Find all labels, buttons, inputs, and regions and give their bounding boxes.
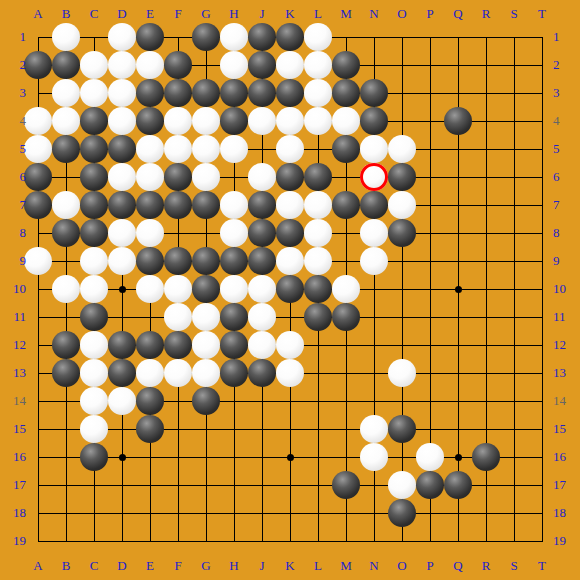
intersection-A16[interactable]	[24, 443, 52, 471]
intersection-S7[interactable]	[500, 191, 528, 219]
intersection-H17[interactable]	[220, 471, 248, 499]
intersection-J19[interactable]	[248, 527, 276, 555]
intersection-C19[interactable]	[80, 527, 108, 555]
intersection-T7[interactable]	[528, 191, 556, 219]
intersection-S14[interactable]	[500, 387, 528, 415]
intersection-Q6[interactable]	[444, 163, 472, 191]
intersection-L13[interactable]	[304, 359, 332, 387]
intersection-T2[interactable]	[528, 51, 556, 79]
intersection-P13[interactable]	[416, 359, 444, 387]
intersection-N19[interactable]	[360, 527, 388, 555]
intersection-L12[interactable]	[304, 331, 332, 359]
intersection-T11[interactable]	[528, 303, 556, 331]
black-stone-M2: ●	[332, 51, 360, 79]
intersection-M15[interactable]	[332, 415, 360, 443]
black-stone-E4: ●	[136, 107, 164, 135]
intersection-K19[interactable]	[276, 527, 304, 555]
white-stone-F13: ○	[164, 359, 192, 387]
black-stone-Q4: ●	[444, 107, 472, 135]
intersection-C1[interactable]	[80, 23, 108, 51]
row-label-left-5: 5	[0, 141, 26, 157]
intersection-S10[interactable]	[500, 275, 528, 303]
intersection-Q15[interactable]	[444, 415, 472, 443]
intersection-P19[interactable]	[416, 527, 444, 555]
intersection-S11[interactable]	[500, 303, 528, 331]
intersection-Q10[interactable]	[444, 275, 472, 303]
intersection-N13[interactable]	[360, 359, 388, 387]
intersection-M8[interactable]	[332, 219, 360, 247]
intersection-O4[interactable]	[388, 107, 416, 135]
intersection-R13[interactable]	[472, 359, 500, 387]
intersection-D10[interactable]	[108, 275, 136, 303]
intersection-G7: ●	[192, 191, 220, 219]
intersection-A6: ●	[24, 163, 52, 191]
intersection-K14[interactable]	[276, 387, 304, 415]
column-label-top-P: P	[416, 6, 444, 22]
intersection-E11[interactable]	[136, 303, 164, 331]
black-stone-E1: ●	[136, 23, 164, 51]
intersection-S1[interactable]	[500, 23, 528, 51]
intersection-P1[interactable]	[416, 23, 444, 51]
intersection-O19[interactable]	[388, 527, 416, 555]
intersection-Q13[interactable]	[444, 359, 472, 387]
intersection-Q14[interactable]	[444, 387, 472, 415]
intersection-Q8[interactable]	[444, 219, 472, 247]
intersection-O10[interactable]	[388, 275, 416, 303]
intersection-B14[interactable]	[52, 387, 80, 415]
intersection-R9[interactable]	[472, 247, 500, 275]
black-stone-C5: ●	[80, 135, 108, 163]
intersection-B18[interactable]	[52, 499, 80, 527]
intersection-O14[interactable]	[388, 387, 416, 415]
intersection-T15[interactable]	[528, 415, 556, 443]
black-stone-A6: ●	[24, 163, 52, 191]
intersection-A3[interactable]	[24, 79, 52, 107]
intersection-A19[interactable]	[24, 527, 52, 555]
intersection-F6: ●	[164, 163, 192, 191]
star-point-Q10	[455, 286, 462, 293]
intersection-D18[interactable]	[108, 499, 136, 527]
intersection-L14[interactable]	[304, 387, 332, 415]
goban: ○○●●○●●○●●○○○●○●○○●○○○●●●●●●○●●○○●○●○○●○…	[0, 0, 580, 580]
intersection-P7[interactable]	[416, 191, 444, 219]
intersection-T1[interactable]	[528, 23, 556, 51]
intersection-D11[interactable]	[108, 303, 136, 331]
intersection-J14[interactable]	[248, 387, 276, 415]
intersection-A11[interactable]	[24, 303, 52, 331]
intersection-Q5[interactable]	[444, 135, 472, 163]
intersection-J18[interactable]	[248, 499, 276, 527]
intersection-K17[interactable]	[276, 471, 304, 499]
column-label-bottom-Q: Q	[444, 558, 472, 574]
intersection-H14[interactable]	[220, 387, 248, 415]
intersection-H16[interactable]	[220, 443, 248, 471]
black-stone-B13: ●	[52, 359, 80, 387]
intersection-O3[interactable]	[388, 79, 416, 107]
intersection-Q11[interactable]	[444, 303, 472, 331]
intersection-K2: ○	[276, 51, 304, 79]
intersection-Q2[interactable]	[444, 51, 472, 79]
intersection-G2[interactable]	[192, 51, 220, 79]
intersection-G16[interactable]	[192, 443, 220, 471]
intersection-N14[interactable]	[360, 387, 388, 415]
black-stone-L11: ●	[304, 303, 332, 331]
black-stone-N4: ●	[360, 107, 388, 135]
intersection-T8[interactable]	[528, 219, 556, 247]
intersection-C13: ○	[80, 359, 108, 387]
intersection-B15[interactable]	[52, 415, 80, 443]
intersection-A15[interactable]	[24, 415, 52, 443]
intersection-S5[interactable]	[500, 135, 528, 163]
intersection-P5[interactable]	[416, 135, 444, 163]
intersection-B17[interactable]	[52, 471, 80, 499]
intersection-H18[interactable]	[220, 499, 248, 527]
intersection-M1[interactable]	[332, 23, 360, 51]
intersection-P15[interactable]	[416, 415, 444, 443]
white-stone-L2: ○	[304, 51, 332, 79]
black-stone-H12: ●	[220, 331, 248, 359]
intersection-M12[interactable]	[332, 331, 360, 359]
intersection-T19[interactable]	[528, 527, 556, 555]
column-label-top-G: G	[192, 6, 220, 22]
intersection-T17[interactable]	[528, 471, 556, 499]
intersection-D2: ○	[108, 51, 136, 79]
intersection-K11[interactable]	[276, 303, 304, 331]
intersection-L15[interactable]	[304, 415, 332, 443]
intersection-R7[interactable]	[472, 191, 500, 219]
intersection-Q3[interactable]	[444, 79, 472, 107]
intersection-T14[interactable]	[528, 387, 556, 415]
intersection-F19[interactable]	[164, 527, 192, 555]
intersection-R5[interactable]	[472, 135, 500, 163]
intersection-S6[interactable]	[500, 163, 528, 191]
intersection-E14: ●	[136, 387, 164, 415]
intersection-L16[interactable]	[304, 443, 332, 471]
row-label-left-12: 12	[0, 337, 26, 353]
black-stone-G3: ●	[192, 79, 220, 107]
intersection-H6[interactable]	[220, 163, 248, 191]
intersection-T9[interactable]	[528, 247, 556, 275]
intersection-K18[interactable]	[276, 499, 304, 527]
intersection-T6[interactable]	[528, 163, 556, 191]
intersection-M9[interactable]	[332, 247, 360, 275]
intersection-O17: ○	[388, 471, 416, 499]
black-stone-D12: ●	[108, 331, 136, 359]
intersection-A1[interactable]	[24, 23, 52, 51]
intersection-O2[interactable]	[388, 51, 416, 79]
black-stone-O15: ●	[388, 415, 416, 443]
intersection-G6: ○	[192, 163, 220, 191]
intersection-P6[interactable]	[416, 163, 444, 191]
white-stone-C13: ○	[80, 359, 108, 387]
intersection-P11[interactable]	[416, 303, 444, 331]
intersection-A18[interactable]	[24, 499, 52, 527]
intersection-M11: ●	[332, 303, 360, 331]
intersection-O12[interactable]	[388, 331, 416, 359]
row-label-left-1: 1	[0, 29, 26, 45]
intersection-G18[interactable]	[192, 499, 220, 527]
intersection-D13: ●	[108, 359, 136, 387]
column-label-bottom-P: P	[416, 558, 444, 574]
intersection-T12[interactable]	[528, 331, 556, 359]
white-stone-G11: ○	[192, 303, 220, 331]
intersection-F14[interactable]	[164, 387, 192, 415]
intersection-P18[interactable]	[416, 499, 444, 527]
intersection-S4[interactable]	[500, 107, 528, 135]
intersection-L17[interactable]	[304, 471, 332, 499]
intersection-A10[interactable]	[24, 275, 52, 303]
intersection-R18[interactable]	[472, 499, 500, 527]
intersection-Q12[interactable]	[444, 331, 472, 359]
black-stone-O8: ●	[388, 219, 416, 247]
intersection-C17[interactable]	[80, 471, 108, 499]
intersection-M6[interactable]	[332, 163, 360, 191]
column-label-bottom-N: N	[360, 558, 388, 574]
intersection-O13: ○	[388, 359, 416, 387]
intersection-K8: ●	[276, 219, 304, 247]
intersection-S16[interactable]	[500, 443, 528, 471]
intersection-F1[interactable]	[164, 23, 192, 51]
intersection-N17[interactable]	[360, 471, 388, 499]
intersection-P10[interactable]	[416, 275, 444, 303]
column-label-bottom-S: S	[500, 558, 528, 574]
intersection-O9[interactable]	[388, 247, 416, 275]
intersection-N18[interactable]	[360, 499, 388, 527]
intersection-M14[interactable]	[332, 387, 360, 415]
intersection-S8[interactable]	[500, 219, 528, 247]
intersection-J17[interactable]	[248, 471, 276, 499]
intersection-P2[interactable]	[416, 51, 444, 79]
intersection-A17[interactable]	[24, 471, 52, 499]
black-stone-E3: ●	[136, 79, 164, 107]
intersection-J16[interactable]	[248, 443, 276, 471]
intersection-B19[interactable]	[52, 527, 80, 555]
intersection-Q7[interactable]	[444, 191, 472, 219]
black-stone-E15: ●	[136, 415, 164, 443]
intersection-Q1[interactable]	[444, 23, 472, 51]
intersection-E13: ○	[136, 359, 164, 387]
intersection-H15[interactable]	[220, 415, 248, 443]
white-stone-K4: ○	[276, 107, 304, 135]
white-stone-F10: ○	[164, 275, 192, 303]
intersection-R1[interactable]	[472, 23, 500, 51]
intersection-R17[interactable]	[472, 471, 500, 499]
white-stone-N15: ○	[360, 415, 388, 443]
intersection-L5[interactable]	[304, 135, 332, 163]
intersection-R6[interactable]	[472, 163, 500, 191]
intersection-A8[interactable]	[24, 219, 52, 247]
white-stone-N8: ○	[360, 219, 388, 247]
intersection-D17[interactable]	[108, 471, 136, 499]
row-label-left-3: 3	[0, 85, 26, 101]
intersection-G1: ●	[192, 23, 220, 51]
white-stone-H7: ○	[220, 191, 248, 219]
intersection-B11[interactable]	[52, 303, 80, 331]
intersection-L18[interactable]	[304, 499, 332, 527]
intersection-R12[interactable]	[472, 331, 500, 359]
intersection-P14[interactable]	[416, 387, 444, 415]
white-stone-G6: ○	[192, 163, 220, 191]
intersection-S19[interactable]	[500, 527, 528, 555]
intersection-F17[interactable]	[164, 471, 192, 499]
intersection-D4: ○	[108, 107, 136, 135]
intersection-R19[interactable]	[472, 527, 500, 555]
intersection-A13[interactable]	[24, 359, 52, 387]
intersection-J3: ●	[248, 79, 276, 107]
intersection-M13[interactable]	[332, 359, 360, 387]
intersection-P9[interactable]	[416, 247, 444, 275]
intersection-K15[interactable]	[276, 415, 304, 443]
intersection-B6[interactable]	[52, 163, 80, 191]
intersection-K6: ●	[276, 163, 304, 191]
column-label-bottom-L: L	[304, 558, 332, 574]
intersection-C3: ○	[80, 79, 108, 107]
black-stone-M11: ●	[332, 303, 360, 331]
white-stone-D1: ○	[108, 23, 136, 51]
intersection-H3: ●	[220, 79, 248, 107]
intersection-T4[interactable]	[528, 107, 556, 135]
white-stone-J12: ○	[248, 331, 276, 359]
intersection-Q19[interactable]	[444, 527, 472, 555]
intersection-S3[interactable]	[500, 79, 528, 107]
intersection-F8[interactable]	[164, 219, 192, 247]
intersection-Q18[interactable]	[444, 499, 472, 527]
intersection-Q16[interactable]	[444, 443, 472, 471]
intersection-L1: ○	[304, 23, 332, 51]
intersection-O11[interactable]	[388, 303, 416, 331]
white-stone-B1: ○	[52, 23, 80, 51]
intersection-R3[interactable]	[472, 79, 500, 107]
intersection-N12[interactable]	[360, 331, 388, 359]
intersection-S2[interactable]	[500, 51, 528, 79]
intersection-H11: ●	[220, 303, 248, 331]
intersection-E16[interactable]	[136, 443, 164, 471]
row-label-left-15: 15	[0, 421, 26, 437]
intersection-L8: ○	[304, 219, 332, 247]
intersection-T18[interactable]	[528, 499, 556, 527]
white-stone-K2: ○	[276, 51, 304, 79]
intersection-T3[interactable]	[528, 79, 556, 107]
row-label-right-16: 16	[553, 449, 579, 465]
intersection-S18[interactable]	[500, 499, 528, 527]
column-label-top-A: A	[24, 6, 52, 22]
intersection-N11[interactable]	[360, 303, 388, 331]
intersection-M7: ●	[332, 191, 360, 219]
intersection-F16[interactable]	[164, 443, 192, 471]
intersection-R10[interactable]	[472, 275, 500, 303]
intersection-B9[interactable]	[52, 247, 80, 275]
intersection-R4[interactable]	[472, 107, 500, 135]
intersection-N1[interactable]	[360, 23, 388, 51]
star-point-Q16	[455, 454, 462, 461]
intersection-D19[interactable]	[108, 527, 136, 555]
intersection-M19[interactable]	[332, 527, 360, 555]
intersection-B16[interactable]	[52, 443, 80, 471]
row-label-left-11: 11	[0, 309, 26, 325]
intersection-R14[interactable]	[472, 387, 500, 415]
white-stone-G13: ○	[192, 359, 220, 387]
intersection-S12[interactable]	[500, 331, 528, 359]
white-stone-H8: ○	[220, 219, 248, 247]
intersection-S9[interactable]	[500, 247, 528, 275]
intersection-O16[interactable]	[388, 443, 416, 471]
intersection-F15[interactable]	[164, 415, 192, 443]
column-label-bottom-C: C	[80, 558, 108, 574]
intersection-T5[interactable]	[528, 135, 556, 163]
intersection-E15: ●	[136, 415, 164, 443]
intersection-G15[interactable]	[192, 415, 220, 443]
intersection-S15[interactable]	[500, 415, 528, 443]
intersection-S13[interactable]	[500, 359, 528, 387]
intersection-G8[interactable]	[192, 219, 220, 247]
intersection-R11[interactable]	[472, 303, 500, 331]
intersection-T10[interactable]	[528, 275, 556, 303]
intersection-M3: ●	[332, 79, 360, 107]
intersection-N10[interactable]	[360, 275, 388, 303]
intersection-M16[interactable]	[332, 443, 360, 471]
intersection-M5: ●	[332, 135, 360, 163]
intersection-C18[interactable]	[80, 499, 108, 527]
row-label-right-11: 11	[553, 309, 579, 325]
intersection-J8: ●	[248, 219, 276, 247]
intersection-O1[interactable]	[388, 23, 416, 51]
intersection-P4[interactable]	[416, 107, 444, 135]
intersection-G9: ●	[192, 247, 220, 275]
black-stone-H13: ●	[220, 359, 248, 387]
row-label-right-13: 13	[553, 365, 579, 381]
intersection-P8[interactable]	[416, 219, 444, 247]
intersection-E6: ○	[136, 163, 164, 191]
intersection-D9: ○	[108, 247, 136, 275]
intersection-T16[interactable]	[528, 443, 556, 471]
intersection-J5[interactable]	[248, 135, 276, 163]
intersection-K3: ●	[276, 79, 304, 107]
black-stone-H4: ●	[220, 107, 248, 135]
intersection-N2[interactable]	[360, 51, 388, 79]
intersection-A12[interactable]	[24, 331, 52, 359]
intersection-J2: ●	[248, 51, 276, 79]
intersection-R2[interactable]	[472, 51, 500, 79]
intersection-P3[interactable]	[416, 79, 444, 107]
intersection-T13[interactable]	[528, 359, 556, 387]
intersection-K16[interactable]	[276, 443, 304, 471]
intersection-R15[interactable]	[472, 415, 500, 443]
intersection-O18: ●	[388, 499, 416, 527]
intersection-D15[interactable]	[108, 415, 136, 443]
intersection-J1: ●	[248, 23, 276, 51]
intersection-S17[interactable]	[500, 471, 528, 499]
intersection-J15[interactable]	[248, 415, 276, 443]
intersection-E17[interactable]	[136, 471, 164, 499]
row-label-left-16: 16	[0, 449, 26, 465]
black-stone-G14: ●	[192, 387, 220, 415]
intersection-M18[interactable]	[332, 499, 360, 527]
intersection-H19[interactable]	[220, 527, 248, 555]
intersection-R8[interactable]	[472, 219, 500, 247]
intersection-E19[interactable]	[136, 527, 164, 555]
black-stone-D5: ●	[108, 135, 136, 163]
intersection-G17[interactable]	[192, 471, 220, 499]
intersection-G19[interactable]	[192, 527, 220, 555]
intersection-F18[interactable]	[164, 499, 192, 527]
intersection-C9: ○	[80, 247, 108, 275]
intersection-Q9[interactable]	[444, 247, 472, 275]
intersection-E18[interactable]	[136, 499, 164, 527]
intersection-L19[interactable]	[304, 527, 332, 555]
intersection-D16[interactable]	[108, 443, 136, 471]
intersection-A14[interactable]	[24, 387, 52, 415]
intersection-P12[interactable]	[416, 331, 444, 359]
